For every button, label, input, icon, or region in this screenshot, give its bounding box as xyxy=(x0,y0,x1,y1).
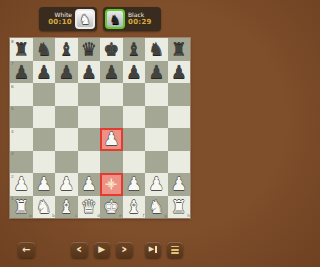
square-h7[interactable]: ♟ xyxy=(168,61,191,84)
rank-label-5: 5 xyxy=(11,106,14,110)
square-e7[interactable]: ♟ xyxy=(100,61,123,84)
square-a5[interactable]: 5 xyxy=(10,106,33,129)
square-f5[interactable] xyxy=(123,106,146,129)
file-label-h: h xyxy=(187,213,190,217)
white-pawn[interactable]: ♟ xyxy=(81,175,97,193)
chevron-right-icon: › xyxy=(121,244,128,256)
square-c4[interactable] xyxy=(55,128,78,151)
black-player-panel: ♞ Black 00:29 xyxy=(103,7,161,31)
rank-label-1: 1 xyxy=(11,196,14,200)
square-f6[interactable] xyxy=(123,83,146,106)
square-e6[interactable] xyxy=(100,83,123,106)
rank-label-8: 8 xyxy=(11,39,14,43)
square-d6[interactable] xyxy=(78,83,101,106)
black-pawn[interactable]: ♟ xyxy=(13,63,29,81)
square-c8[interactable]: ♝ xyxy=(55,38,78,61)
white-rook[interactable]: ♜ xyxy=(13,198,29,216)
square-d5[interactable] xyxy=(78,106,101,129)
white-clock: 00:10 xyxy=(44,18,72,27)
skip-to-end-icon: ▶ xyxy=(149,246,154,253)
white-pawn[interactable]: ♟ xyxy=(13,175,29,193)
square-g2[interactable]: ♟ xyxy=(145,173,168,196)
black-pawn[interactable]: ♟ xyxy=(81,63,97,81)
white-knight[interactable]: ♞ xyxy=(36,198,52,216)
black-rook[interactable]: ♜ xyxy=(171,40,187,58)
white-pawn[interactable]: ♟ xyxy=(171,175,187,193)
square-d4[interactable] xyxy=(78,128,101,151)
white-queen[interactable]: ♛ xyxy=(81,198,97,216)
white-king[interactable]: ♚ xyxy=(103,198,119,216)
back-button[interactable]: ← xyxy=(18,242,35,258)
square-g7[interactable]: ♟ xyxy=(145,61,168,84)
move-origin-icon xyxy=(106,179,117,190)
black-knight[interactable]: ♞ xyxy=(148,40,164,58)
white-pawn[interactable]: ♟ xyxy=(36,175,52,193)
square-c5[interactable] xyxy=(55,106,78,129)
square-d8[interactable]: ♛ xyxy=(78,38,101,61)
white-pawn[interactable]: ♟ xyxy=(148,175,164,193)
square-d2[interactable]: ♟ xyxy=(78,173,101,196)
rank-label-6: 6 xyxy=(11,84,14,88)
square-h2[interactable]: ♟ xyxy=(168,173,191,196)
chess-board: 8♜♞♝♛♚♝♞♜7♟♟♟♟♟♟♟♟654♟32♟♟♟♟♟♟♟1a♜b♞c♝d♛… xyxy=(10,38,190,218)
back-arrow-icon: ← xyxy=(22,245,30,255)
play-button[interactable]: ▶ xyxy=(94,242,111,258)
black-pawn[interactable]: ♟ xyxy=(58,63,74,81)
square-g6[interactable] xyxy=(145,83,168,106)
white-rook[interactable]: ♜ xyxy=(171,198,187,216)
white-player-name: White xyxy=(44,11,72,19)
square-h6[interactable] xyxy=(168,83,191,106)
square-g3[interactable] xyxy=(145,151,168,174)
square-c3[interactable] xyxy=(55,151,78,174)
player-panels: White 00:10 ♞ ♞ Black 00:29 xyxy=(0,7,200,31)
black-pawn[interactable]: ♟ xyxy=(103,63,119,81)
black-king[interactable]: ♚ xyxy=(103,40,119,58)
square-h3[interactable] xyxy=(168,151,191,174)
previous-move-button[interactable]: ‹ xyxy=(71,242,88,258)
white-pawn[interactable]: ♟ xyxy=(58,175,74,193)
square-g4[interactable] xyxy=(145,128,168,151)
black-pawn[interactable]: ♟ xyxy=(171,63,187,81)
black-pawn[interactable]: ♟ xyxy=(36,63,52,81)
black-bishop[interactable]: ♝ xyxy=(126,40,142,58)
black-knight[interactable]: ♞ xyxy=(36,40,52,58)
square-f7[interactable]: ♟ xyxy=(123,61,146,84)
square-e8[interactable]: ♚ xyxy=(100,38,123,61)
square-b2[interactable]: ♟ xyxy=(33,173,56,196)
black-player-name: Black xyxy=(128,11,156,19)
square-d3[interactable] xyxy=(78,151,101,174)
menu-button[interactable] xyxy=(167,242,184,258)
play-icon: ▶ xyxy=(98,245,105,254)
square-h8[interactable]: ♜ xyxy=(168,38,191,61)
square-f1[interactable]: f♝ xyxy=(123,196,146,219)
square-a4[interactable]: 4 xyxy=(10,128,33,151)
rank-label-3: 3 xyxy=(11,151,14,155)
white-pawn[interactable]: ♟ xyxy=(126,175,142,193)
square-a6[interactable]: 6 xyxy=(10,83,33,106)
white-bishop[interactable]: ♝ xyxy=(126,198,142,216)
white-pawn[interactable]: ♟ xyxy=(103,130,119,148)
square-b6[interactable] xyxy=(33,83,56,106)
square-c7[interactable]: ♟ xyxy=(55,61,78,84)
white-bishop[interactable]: ♝ xyxy=(58,198,74,216)
black-queen[interactable]: ♛ xyxy=(81,40,97,58)
black-clock: 00:29 xyxy=(128,18,156,27)
square-e2[interactable] xyxy=(100,173,123,196)
black-rook[interactable]: ♜ xyxy=(13,40,29,58)
rank-label-2: 2 xyxy=(11,174,14,178)
black-pawn[interactable]: ♟ xyxy=(126,63,142,81)
square-g1[interactable]: g♞ xyxy=(145,196,168,219)
skip-end-bar xyxy=(155,246,157,253)
square-b4[interactable] xyxy=(33,128,56,151)
square-c6[interactable] xyxy=(55,83,78,106)
black-pawn[interactable]: ♟ xyxy=(148,63,164,81)
square-e4[interactable]: ♟ xyxy=(100,128,123,151)
square-c2[interactable]: ♟ xyxy=(55,173,78,196)
square-a2[interactable]: 2♟ xyxy=(10,173,33,196)
square-b7[interactable]: ♟ xyxy=(33,61,56,84)
square-b8[interactable]: ♞ xyxy=(33,38,56,61)
square-h5[interactable] xyxy=(168,106,191,129)
square-c1[interactable]: c♝ xyxy=(55,196,78,219)
black-knight-icon: ♞ xyxy=(105,9,125,29)
white-player-panel: White 00:10 ♞ xyxy=(39,7,97,31)
square-f4[interactable] xyxy=(123,128,146,151)
square-g8[interactable]: ♞ xyxy=(145,38,168,61)
black-bishop[interactable]: ♝ xyxy=(58,40,74,58)
square-e3[interactable] xyxy=(100,151,123,174)
square-d7[interactable]: ♟ xyxy=(78,61,101,84)
square-d1[interactable]: d♛ xyxy=(78,196,101,219)
square-a3[interactable]: 3 xyxy=(10,151,33,174)
square-e5[interactable] xyxy=(100,106,123,129)
rank-label-4: 4 xyxy=(11,129,14,133)
toolbar: ← ‹ ▶ › ▶ xyxy=(0,242,200,258)
hamburger-menu-icon xyxy=(171,246,179,254)
white-knight-icon: ♞ xyxy=(75,9,95,29)
square-h4[interactable] xyxy=(168,128,191,151)
square-h1[interactable]: h♜ xyxy=(168,196,191,219)
rank-label-7: 7 xyxy=(11,61,14,65)
chevron-left-icon: ‹ xyxy=(76,244,83,256)
square-f8[interactable]: ♝ xyxy=(123,38,146,61)
square-b5[interactable] xyxy=(33,106,56,129)
square-b3[interactable] xyxy=(33,151,56,174)
square-a8[interactable]: 8♜ xyxy=(10,38,33,61)
next-move-button[interactable]: › xyxy=(116,242,133,258)
square-e1[interactable]: e♚ xyxy=(100,196,123,219)
square-f2[interactable]: ♟ xyxy=(123,173,146,196)
square-b1[interactable]: b♞ xyxy=(33,196,56,219)
square-f3[interactable] xyxy=(123,151,146,174)
square-g5[interactable] xyxy=(145,106,168,129)
square-a1[interactable]: 1a♜ xyxy=(10,196,33,219)
skip-to-end-button[interactable]: ▶ xyxy=(145,242,162,258)
white-knight[interactable]: ♞ xyxy=(148,198,164,216)
square-a7[interactable]: 7♟ xyxy=(10,61,33,84)
